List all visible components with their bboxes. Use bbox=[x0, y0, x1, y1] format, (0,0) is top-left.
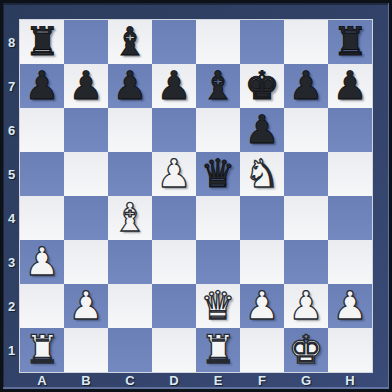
square-b5[interactable] bbox=[64, 152, 108, 196]
square-b3[interactable] bbox=[64, 240, 108, 284]
black-king: ♚ bbox=[240, 64, 284, 108]
white-pawn: ♟ bbox=[240, 284, 284, 328]
chess-board: ♜♝♜♟♟♟♟♝♚♟♟♟♟♛♞♝♟♟♛♟♟♟♜♜♚ bbox=[20, 20, 372, 372]
square-a3[interactable]: ♟ bbox=[20, 240, 64, 284]
square-e2[interactable]: ♛ bbox=[196, 284, 240, 328]
black-pawn: ♟ bbox=[284, 64, 328, 108]
file-label-a: A bbox=[20, 372, 64, 389]
black-pawn: ♟ bbox=[108, 64, 152, 108]
square-d1[interactable] bbox=[152, 328, 196, 372]
square-g6[interactable] bbox=[284, 108, 328, 152]
square-h8[interactable]: ♜ bbox=[328, 20, 372, 64]
white-pawn: ♟ bbox=[328, 284, 372, 328]
square-f5[interactable]: ♞ bbox=[240, 152, 284, 196]
square-h4[interactable] bbox=[328, 196, 372, 240]
white-pawn: ♟ bbox=[20, 240, 64, 284]
square-a8[interactable]: ♜ bbox=[20, 20, 64, 64]
square-d7[interactable]: ♟ bbox=[152, 64, 196, 108]
square-e6[interactable] bbox=[196, 108, 240, 152]
square-g3[interactable] bbox=[284, 240, 328, 284]
white-bishop: ♝ bbox=[108, 196, 152, 240]
square-h7[interactable]: ♟ bbox=[328, 64, 372, 108]
rank-label-3: 3 bbox=[3, 240, 20, 284]
square-f4[interactable] bbox=[240, 196, 284, 240]
rank-label-1: 1 bbox=[3, 328, 20, 372]
black-bishop: ♝ bbox=[196, 64, 240, 108]
white-knight: ♞ bbox=[240, 152, 284, 196]
square-f1[interactable] bbox=[240, 328, 284, 372]
white-pawn: ♟ bbox=[284, 284, 328, 328]
black-rook: ♜ bbox=[20, 20, 64, 64]
square-d4[interactable] bbox=[152, 196, 196, 240]
square-e4[interactable] bbox=[196, 196, 240, 240]
square-h6[interactable] bbox=[328, 108, 372, 152]
file-label-d: D bbox=[152, 372, 196, 389]
file-label-g: G bbox=[284, 372, 328, 389]
square-c5[interactable] bbox=[108, 152, 152, 196]
square-d2[interactable] bbox=[152, 284, 196, 328]
white-king: ♚ bbox=[284, 328, 328, 372]
square-d6[interactable] bbox=[152, 108, 196, 152]
rank-label-8: 8 bbox=[3, 20, 20, 64]
black-bishop: ♝ bbox=[108, 20, 152, 64]
black-pawn: ♟ bbox=[152, 64, 196, 108]
rank-label-6: 6 bbox=[3, 108, 20, 152]
black-pawn: ♟ bbox=[328, 64, 372, 108]
square-c6[interactable] bbox=[108, 108, 152, 152]
square-h2[interactable]: ♟ bbox=[328, 284, 372, 328]
file-label-c: C bbox=[108, 372, 152, 389]
black-pawn: ♟ bbox=[64, 64, 108, 108]
file-labels: ABCDEFGH bbox=[20, 372, 372, 389]
square-e8[interactable] bbox=[196, 20, 240, 64]
file-label-h: H bbox=[328, 372, 372, 389]
square-f2[interactable]: ♟ bbox=[240, 284, 284, 328]
square-g1[interactable]: ♚ bbox=[284, 328, 328, 372]
square-e7[interactable]: ♝ bbox=[196, 64, 240, 108]
square-f8[interactable] bbox=[240, 20, 284, 64]
square-a6[interactable] bbox=[20, 108, 64, 152]
square-a2[interactable] bbox=[20, 284, 64, 328]
square-a7[interactable]: ♟ bbox=[20, 64, 64, 108]
square-d5[interactable]: ♟ bbox=[152, 152, 196, 196]
white-queen: ♛ bbox=[196, 284, 240, 328]
square-c7[interactable]: ♟ bbox=[108, 64, 152, 108]
square-b8[interactable] bbox=[64, 20, 108, 64]
file-label-e: E bbox=[196, 372, 240, 389]
black-queen: ♛ bbox=[196, 152, 240, 196]
white-rook: ♜ bbox=[20, 328, 64, 372]
square-e3[interactable] bbox=[196, 240, 240, 284]
square-h3[interactable] bbox=[328, 240, 372, 284]
square-a5[interactable] bbox=[20, 152, 64, 196]
square-b4[interactable] bbox=[64, 196, 108, 240]
rank-label-7: 7 bbox=[3, 64, 20, 108]
square-g7[interactable]: ♟ bbox=[284, 64, 328, 108]
rank-label-2: 2 bbox=[3, 284, 20, 328]
square-h5[interactable] bbox=[328, 152, 372, 196]
white-rook: ♜ bbox=[196, 328, 240, 372]
square-g8[interactable] bbox=[284, 20, 328, 64]
white-pawn: ♟ bbox=[64, 284, 108, 328]
square-h1[interactable] bbox=[328, 328, 372, 372]
file-label-b: B bbox=[64, 372, 108, 389]
square-b1[interactable] bbox=[64, 328, 108, 372]
white-pawn: ♟ bbox=[152, 152, 196, 196]
file-label-f: F bbox=[240, 372, 284, 389]
square-d3[interactable] bbox=[152, 240, 196, 284]
square-c3[interactable] bbox=[108, 240, 152, 284]
black-rook: ♜ bbox=[328, 20, 372, 64]
square-e1[interactable]: ♜ bbox=[196, 328, 240, 372]
square-b6[interactable] bbox=[64, 108, 108, 152]
rank-labels: 87654321 bbox=[3, 20, 20, 372]
square-c8[interactable]: ♝ bbox=[108, 20, 152, 64]
square-b2[interactable]: ♟ bbox=[64, 284, 108, 328]
square-g4[interactable] bbox=[284, 196, 328, 240]
square-f6[interactable]: ♟ bbox=[240, 108, 284, 152]
square-c1[interactable] bbox=[108, 328, 152, 372]
black-pawn: ♟ bbox=[20, 64, 64, 108]
rank-label-4: 4 bbox=[3, 196, 20, 240]
square-b7[interactable]: ♟ bbox=[64, 64, 108, 108]
square-c4[interactable]: ♝ bbox=[108, 196, 152, 240]
square-f3[interactable] bbox=[240, 240, 284, 284]
rank-label-5: 5 bbox=[3, 152, 20, 196]
square-f7[interactable]: ♚ bbox=[240, 64, 284, 108]
square-a4[interactable] bbox=[20, 196, 64, 240]
square-c2[interactable] bbox=[108, 284, 152, 328]
square-d8[interactable] bbox=[152, 20, 196, 64]
square-a1[interactable]: ♜ bbox=[20, 328, 64, 372]
square-g2[interactable]: ♟ bbox=[284, 284, 328, 328]
square-g5[interactable] bbox=[284, 152, 328, 196]
chess-board-frame: 87654321 ♜♝♜♟♟♟♟♝♚♟♟♟♟♛♞♝♟♟♛♟♟♟♜♜♚ ABCDE… bbox=[0, 0, 392, 392]
black-pawn: ♟ bbox=[240, 108, 284, 152]
square-e5[interactable]: ♛ bbox=[196, 152, 240, 196]
